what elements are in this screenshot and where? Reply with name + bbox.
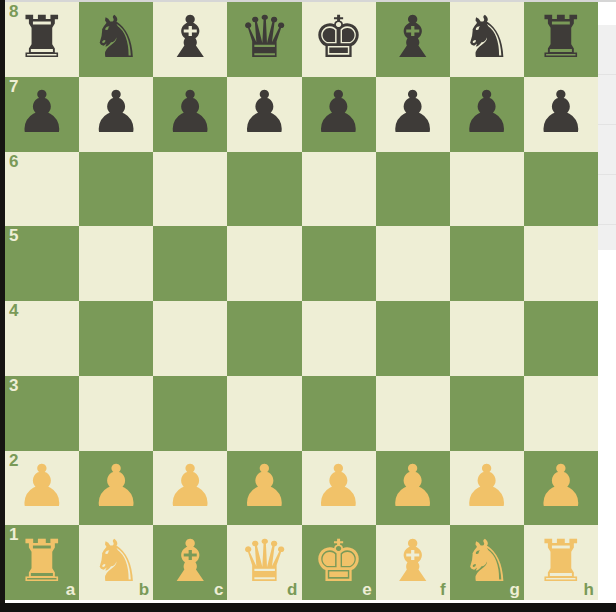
- piece-white-queen[interactable]: ♛: [238, 532, 290, 590]
- piece-white-pawn[interactable]: ♟: [238, 457, 290, 515]
- square-d4[interactable]: [227, 301, 301, 376]
- square-f6[interactable]: [376, 152, 450, 227]
- square-d2[interactable]: ♟: [227, 451, 301, 526]
- square-h3[interactable]: [524, 376, 598, 451]
- piece-white-rook[interactable]: ♜: [16, 532, 68, 590]
- piece-black-pawn[interactable]: ♟: [387, 83, 439, 141]
- piece-black-pawn[interactable]: ♟: [313, 83, 365, 141]
- piece-white-king[interactable]: ♚: [313, 532, 365, 590]
- square-d8[interactable]: ♛: [227, 2, 301, 77]
- square-a2[interactable]: 2♟: [5, 451, 79, 526]
- file-label-f: f: [440, 581, 446, 598]
- square-h6[interactable]: [524, 152, 598, 227]
- piece-white-pawn[interactable]: ♟: [90, 457, 142, 515]
- square-g2[interactable]: ♟: [450, 451, 524, 526]
- square-f5[interactable]: [376, 226, 450, 301]
- square-c7[interactable]: ♟: [153, 77, 227, 152]
- side-panel-rows: [598, 25, 616, 250]
- rank-label-4: 4: [9, 302, 18, 319]
- square-c3[interactable]: [153, 376, 227, 451]
- square-f2[interactable]: ♟: [376, 451, 450, 526]
- square-b7[interactable]: ♟: [79, 77, 153, 152]
- square-c4[interactable]: [153, 301, 227, 376]
- square-c6[interactable]: [153, 152, 227, 227]
- bottom-strip: [0, 603, 616, 612]
- piece-white-pawn[interactable]: ♟: [461, 457, 513, 515]
- square-c5[interactable]: [153, 226, 227, 301]
- square-h4[interactable]: [524, 301, 598, 376]
- piece-black-knight[interactable]: ♞: [90, 8, 142, 66]
- square-a8[interactable]: 8♜: [5, 2, 79, 77]
- piece-black-knight[interactable]: ♞: [461, 8, 513, 66]
- piece-white-pawn[interactable]: ♟: [16, 457, 68, 515]
- piece-white-bishop[interactable]: ♝: [164, 532, 216, 590]
- square-c8[interactable]: ♝: [153, 2, 227, 77]
- square-d5[interactable]: [227, 226, 301, 301]
- square-c2[interactable]: ♟: [153, 451, 227, 526]
- square-h1[interactable]: h♜: [524, 525, 598, 600]
- square-b4[interactable]: [79, 301, 153, 376]
- square-a5[interactable]: 5: [5, 226, 79, 301]
- square-d7[interactable]: ♟: [227, 77, 301, 152]
- square-g8[interactable]: ♞: [450, 2, 524, 77]
- piece-black-pawn[interactable]: ♟: [238, 83, 290, 141]
- square-e2[interactable]: ♟: [302, 451, 376, 526]
- square-d3[interactable]: [227, 376, 301, 451]
- piece-white-pawn[interactable]: ♟: [387, 457, 439, 515]
- square-a3[interactable]: 3: [5, 376, 79, 451]
- square-f3[interactable]: [376, 376, 450, 451]
- square-h7[interactable]: ♟: [524, 77, 598, 152]
- piece-black-bishop[interactable]: ♝: [164, 8, 216, 66]
- piece-black-rook[interactable]: ♜: [16, 8, 68, 66]
- piece-black-king[interactable]: ♚: [313, 8, 365, 66]
- square-e5[interactable]: [302, 226, 376, 301]
- piece-black-pawn[interactable]: ♟: [535, 83, 587, 141]
- square-d1[interactable]: d♛: [227, 525, 301, 600]
- square-h2[interactable]: ♟: [524, 451, 598, 526]
- square-b6[interactable]: [79, 152, 153, 227]
- square-a7[interactable]: 7♟: [5, 77, 79, 152]
- square-g1[interactable]: g♞: [450, 525, 524, 600]
- rank-label-6: 6: [9, 153, 18, 170]
- square-h5[interactable]: [524, 226, 598, 301]
- side-panel: [598, 2, 616, 600]
- square-g6[interactable]: [450, 152, 524, 227]
- square-e1[interactable]: e♚: [302, 525, 376, 600]
- square-d6[interactable]: [227, 152, 301, 227]
- piece-white-knight[interactable]: ♞: [461, 532, 513, 590]
- piece-black-pawn[interactable]: ♟: [16, 83, 68, 141]
- piece-white-pawn[interactable]: ♟: [164, 457, 216, 515]
- square-g4[interactable]: [450, 301, 524, 376]
- square-f7[interactable]: ♟: [376, 77, 450, 152]
- square-f4[interactable]: [376, 301, 450, 376]
- piece-white-bishop[interactable]: ♝: [387, 532, 439, 590]
- piece-white-rook[interactable]: ♜: [535, 532, 587, 590]
- piece-white-pawn[interactable]: ♟: [535, 457, 587, 515]
- square-b8[interactable]: ♞: [79, 2, 153, 77]
- rank-label-5: 5: [9, 227, 18, 244]
- piece-black-rook[interactable]: ♜: [535, 8, 587, 66]
- square-e4[interactable]: [302, 301, 376, 376]
- square-g5[interactable]: [450, 226, 524, 301]
- piece-black-pawn[interactable]: ♟: [461, 83, 513, 141]
- square-a6[interactable]: 6: [5, 152, 79, 227]
- piece-black-queen[interactable]: ♛: [238, 8, 290, 66]
- square-e8[interactable]: ♚: [302, 2, 376, 77]
- square-f8[interactable]: ♝: [376, 2, 450, 77]
- rank-label-3: 3: [9, 377, 18, 394]
- piece-black-pawn[interactable]: ♟: [164, 83, 216, 141]
- square-c1[interactable]: c♝: [153, 525, 227, 600]
- chess-board: 8♜♞♝♛♚♝♞♜7♟♟♟♟♟♟♟♟65432♟♟♟♟♟♟♟♟1a♜b♞c♝d♛…: [5, 2, 598, 600]
- piece-black-pawn[interactable]: ♟: [90, 83, 142, 141]
- square-e7[interactable]: ♟: [302, 77, 376, 152]
- square-e3[interactable]: [302, 376, 376, 451]
- square-h8[interactable]: ♜: [524, 2, 598, 77]
- square-g3[interactable]: [450, 376, 524, 451]
- square-a4[interactable]: 4: [5, 301, 79, 376]
- square-b1[interactable]: b♞: [79, 525, 153, 600]
- square-f1[interactable]: f♝: [376, 525, 450, 600]
- square-e6[interactable]: [302, 152, 376, 227]
- square-b3[interactable]: [79, 376, 153, 451]
- square-g7[interactable]: ♟: [450, 77, 524, 152]
- piece-white-pawn[interactable]: ♟: [313, 457, 365, 515]
- piece-black-bishop[interactable]: ♝: [387, 8, 439, 66]
- square-b2[interactable]: ♟: [79, 451, 153, 526]
- square-b5[interactable]: [79, 226, 153, 301]
- piece-white-knight[interactable]: ♞: [90, 532, 142, 590]
- square-a1[interactable]: 1a♜: [5, 525, 79, 600]
